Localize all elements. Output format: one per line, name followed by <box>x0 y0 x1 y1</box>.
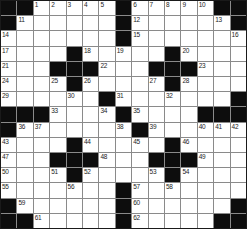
clue-number: 26 <box>84 77 91 84</box>
clue-number: 38 <box>117 123 124 130</box>
clue-number: 1 <box>35 1 38 8</box>
black-cell <box>67 47 82 61</box>
grid-cell[interactable] <box>132 62 147 76</box>
black-cell <box>198 107 213 121</box>
black-cell <box>149 62 164 76</box>
clue-number: 33 <box>51 107 58 114</box>
grid-cell[interactable] <box>99 168 114 182</box>
black-cell <box>67 168 82 182</box>
grid-cell[interactable]: 45 <box>132 138 147 152</box>
clue-number: 5 <box>100 1 103 8</box>
clue-number: 35 <box>133 107 140 114</box>
grid-cell[interactable]: 3 <box>67 1 82 15</box>
grid-cell[interactable] <box>34 138 49 152</box>
clue-number: 60 <box>133 199 140 206</box>
black-cell <box>214 1 229 15</box>
black-cell <box>165 153 180 167</box>
clue-number: 16 <box>232 31 239 38</box>
clue-number: 57 <box>133 183 140 190</box>
grid-cell[interactable] <box>198 183 213 197</box>
grid-cell[interactable]: 36 <box>17 123 32 137</box>
clue-number: 15 <box>133 31 140 38</box>
grid-cell[interactable] <box>181 31 196 45</box>
grid-cell[interactable] <box>149 183 164 197</box>
clue-number: 40 <box>199 123 206 130</box>
grid-cell[interactable] <box>50 214 65 228</box>
black-cell <box>1 123 16 137</box>
grid-cell[interactable] <box>50 16 65 30</box>
black-cell <box>214 214 229 228</box>
grid-cell[interactable]: 50 <box>1 168 16 182</box>
grid-cell[interactable] <box>198 138 213 152</box>
black-cell <box>67 153 82 167</box>
grid-cell[interactable] <box>116 153 131 167</box>
grid-cell[interactable] <box>83 31 98 45</box>
grid-cell[interactable] <box>99 183 114 197</box>
grid-cell[interactable] <box>99 199 114 213</box>
clue-number: 2 <box>51 1 54 8</box>
black-cell <box>165 47 180 61</box>
grid-cell[interactable] <box>50 199 65 213</box>
grid-cell[interactable] <box>34 31 49 45</box>
grid-cell[interactable] <box>50 183 65 197</box>
black-cell <box>165 168 180 182</box>
black-cell <box>231 92 246 106</box>
clue-number: 43 <box>2 138 9 145</box>
grid-cell[interactable] <box>181 92 196 106</box>
grid-cell[interactable] <box>132 168 147 182</box>
grid-cell[interactable]: 44 <box>83 138 98 152</box>
grid-cell[interactable] <box>132 47 147 61</box>
grid-cell[interactable]: 22 <box>99 62 114 76</box>
grid-cell[interactable] <box>116 138 131 152</box>
grid-cell[interactable] <box>50 92 65 106</box>
grid-cell[interactable] <box>50 47 65 61</box>
grid-cell[interactable] <box>99 47 114 61</box>
black-cell <box>116 183 131 197</box>
black-cell <box>83 62 98 76</box>
grid-cell[interactable] <box>149 107 164 121</box>
clue-number: 34 <box>100 107 107 114</box>
clue-number: 22 <box>100 62 107 69</box>
grid-cell[interactable] <box>17 168 32 182</box>
grid-cell[interactable] <box>214 168 229 182</box>
grid-cell[interactable] <box>214 62 229 76</box>
clue-number: 28 <box>182 77 189 84</box>
grid-cell[interactable]: 55 <box>1 183 16 197</box>
black-cell <box>34 107 49 121</box>
black-cell <box>231 16 246 30</box>
grid-cell[interactable] <box>132 92 147 106</box>
black-cell <box>17 107 32 121</box>
grid-cell[interactable] <box>181 123 196 137</box>
grid-cell[interactable]: 54 <box>181 168 196 182</box>
grid-cell[interactable]: 1 <box>34 1 49 15</box>
grid-cell[interactable] <box>198 168 213 182</box>
grid-cell[interactable] <box>67 31 82 45</box>
grid-cell[interactable]: 52 <box>83 168 98 182</box>
clue-number: 51 <box>51 168 58 175</box>
clue-number: 25 <box>51 77 58 84</box>
black-cell <box>214 107 229 121</box>
grid-cell[interactable] <box>67 16 82 30</box>
grid-cell[interactable]: 56 <box>67 183 82 197</box>
black-cell <box>231 107 246 121</box>
grid-cell[interactable]: 30 <box>67 92 82 106</box>
crossword-grid: 1234567891011121314151617181920212223242… <box>0 0 247 229</box>
grid-cell[interactable]: 7 <box>149 1 164 15</box>
grid-cell[interactable] <box>181 214 196 228</box>
grid-cell[interactable] <box>214 77 229 91</box>
clue-number: 21 <box>2 62 9 69</box>
grid-cell[interactable] <box>83 92 98 106</box>
clue-number: 42 <box>232 123 239 130</box>
clue-number: 47 <box>2 153 9 160</box>
grid-cell[interactable]: 51 <box>50 168 65 182</box>
grid-cell[interactable] <box>67 199 82 213</box>
grid-cell[interactable] <box>198 214 213 228</box>
grid-cell[interactable] <box>181 107 196 121</box>
grid-cell[interactable] <box>214 199 229 213</box>
grid-cell[interactable] <box>99 123 114 137</box>
grid-cell[interactable] <box>34 77 49 91</box>
grid-cell[interactable]: 24 <box>1 77 16 91</box>
grid-cell[interactable] <box>231 77 246 91</box>
grid-cell[interactable] <box>17 31 32 45</box>
grid-cell[interactable] <box>116 62 131 76</box>
grid-cell[interactable]: 57 <box>132 183 147 197</box>
black-cell <box>116 16 131 30</box>
clue-number: 3 <box>68 1 71 8</box>
grid-cell[interactable] <box>198 92 213 106</box>
black-cell <box>1 1 16 15</box>
black-cell <box>1 199 16 213</box>
grid-cell[interactable]: 37 <box>34 123 49 137</box>
black-cell <box>231 214 246 228</box>
clue-number: 27 <box>150 77 157 84</box>
clue-number: 4 <box>84 1 87 8</box>
black-cell <box>116 199 131 213</box>
black-cell <box>231 1 246 15</box>
grid-cell[interactable] <box>99 77 114 91</box>
clue-number: 10 <box>199 1 206 8</box>
clue-number: 31 <box>117 92 124 99</box>
grid-cell[interactable]: 28 <box>181 77 196 91</box>
grid-cell[interactable]: 62 <box>132 214 147 228</box>
grid-cell[interactable] <box>214 31 229 45</box>
grid-cell[interactable] <box>231 153 246 167</box>
clue-number: 45 <box>133 138 140 145</box>
black-cell <box>67 62 82 76</box>
grid-cell[interactable] <box>17 138 32 152</box>
grid-cell[interactable] <box>83 199 98 213</box>
clue-number: 36 <box>18 123 25 130</box>
black-cell <box>1 214 16 228</box>
clue-number: 53 <box>150 168 157 175</box>
grid-cell[interactable] <box>34 16 49 30</box>
black-cell <box>231 199 246 213</box>
grid-cell[interactable] <box>99 138 114 152</box>
grid-cell[interactable] <box>132 153 147 167</box>
grid-cell[interactable] <box>99 31 114 45</box>
black-cell <box>67 138 82 152</box>
grid-cell[interactable]: 43 <box>1 138 16 152</box>
black-cell <box>181 153 196 167</box>
clue-number: 32 <box>166 92 173 99</box>
black-cell <box>116 31 131 45</box>
grid-cell[interactable]: 2 <box>50 1 65 15</box>
black-cell <box>99 92 114 106</box>
grid-cell[interactable] <box>149 31 164 45</box>
clue-number: 14 <box>2 31 9 38</box>
clue-number: 41 <box>215 123 222 130</box>
grid-cell[interactable] <box>99 214 114 228</box>
grid-cell[interactable] <box>165 31 180 45</box>
grid-cell[interactable]: 59 <box>17 199 32 213</box>
clue-number: 20 <box>182 47 189 54</box>
grid-cell[interactable]: 6 <box>132 1 147 15</box>
black-cell <box>116 214 131 228</box>
grid-cell[interactable] <box>231 62 246 76</box>
clue-number: 46 <box>182 138 189 145</box>
clue-number: 52 <box>84 168 91 175</box>
grid-cell[interactable] <box>165 199 180 213</box>
black-cell <box>116 1 131 15</box>
clue-number: 30 <box>68 92 75 99</box>
grid-cell[interactable] <box>116 168 131 182</box>
grid-cell[interactable] <box>149 138 164 152</box>
grid-cell[interactable]: 34 <box>99 107 114 121</box>
clue-number: 7 <box>150 1 153 8</box>
grid-cell[interactable]: 16 <box>231 31 246 45</box>
grid-cell[interactable] <box>17 153 32 167</box>
grid-cell[interactable] <box>149 92 164 106</box>
grid-cell[interactable]: 13 <box>214 16 229 30</box>
clue-number: 8 <box>166 1 169 8</box>
grid-cell[interactable] <box>83 214 98 228</box>
grid-cell[interactable]: 25 <box>50 77 65 91</box>
grid-cell[interactable] <box>149 47 164 61</box>
grid-cell[interactable]: 12 <box>132 16 147 30</box>
grid-cell[interactable]: 15 <box>132 31 147 45</box>
grid-cell[interactable] <box>214 153 229 167</box>
grid-cell[interactable] <box>17 77 32 91</box>
clue-number: 18 <box>84 47 91 54</box>
crossword-board: 1234567891011121314151617181920212223242… <box>0 0 247 229</box>
grid-cell[interactable] <box>34 62 49 76</box>
grid-cell[interactable] <box>34 199 49 213</box>
clue-number: 55 <box>2 183 9 190</box>
grid-cell[interactable]: 41 <box>214 123 229 137</box>
clue-number: 19 <box>117 47 124 54</box>
grid-cell[interactable]: 4 <box>83 1 98 15</box>
grid-cell[interactable]: 42 <box>231 123 246 137</box>
grid-cell[interactable] <box>231 138 246 152</box>
grid-cell[interactable] <box>34 183 49 197</box>
grid-cell[interactable] <box>83 107 98 121</box>
grid-cell[interactable] <box>214 47 229 61</box>
clue-number: 54 <box>182 168 189 175</box>
grid-cell[interactable] <box>165 16 180 30</box>
grid-cell[interactable]: 20 <box>181 47 196 61</box>
grid-cell[interactable] <box>231 168 246 182</box>
grid-cell[interactable] <box>165 214 180 228</box>
grid-cell[interactable]: 33 <box>50 107 65 121</box>
clue-number: 44 <box>84 138 91 145</box>
grid-cell[interactable] <box>67 123 82 137</box>
black-cell <box>116 107 131 121</box>
black-cell <box>1 107 16 121</box>
grid-cell[interactable]: 35 <box>132 107 147 121</box>
grid-cell[interactable] <box>198 199 213 213</box>
grid-cell[interactable]: 31 <box>116 92 131 106</box>
clue-number: 37 <box>35 123 42 130</box>
grid-cell[interactable] <box>165 123 180 137</box>
clue-number: 59 <box>18 199 25 206</box>
black-cell <box>132 123 147 137</box>
grid-cell[interactable]: 21 <box>1 62 16 76</box>
grid-cell[interactable]: 10 <box>198 1 213 15</box>
grid-cell[interactable]: 8 <box>165 1 180 15</box>
grid-cell[interactable] <box>17 62 32 76</box>
clue-number: 23 <box>199 62 206 69</box>
grid-cell[interactable] <box>198 16 213 30</box>
black-cell <box>50 153 65 167</box>
clue-number: 58 <box>166 183 173 190</box>
black-cell <box>17 1 32 15</box>
grid-cell[interactable] <box>34 168 49 182</box>
grid-cell[interactable]: 5 <box>99 1 114 15</box>
clue-number: 11 <box>18 16 24 23</box>
black-cell <box>50 62 65 76</box>
grid-cell[interactable] <box>17 47 32 61</box>
grid-cell[interactable]: 29 <box>1 92 16 106</box>
black-cell <box>17 214 32 228</box>
grid-cell[interactable]: 19 <box>116 47 131 61</box>
grid-cell[interactable] <box>17 183 32 197</box>
grid-cell[interactable] <box>198 31 213 45</box>
black-cell <box>67 77 82 91</box>
grid-cell[interactable]: 17 <box>1 47 16 61</box>
black-cell <box>165 138 180 152</box>
clue-number: 17 <box>2 47 9 54</box>
grid-cell[interactable] <box>50 31 65 45</box>
clue-number: 13 <box>215 16 222 23</box>
grid-cell[interactable]: 9 <box>181 1 196 15</box>
grid-cell[interactable] <box>34 153 49 167</box>
grid-cell[interactable] <box>149 214 164 228</box>
black-cell <box>83 153 98 167</box>
grid-cell[interactable]: 18 <box>83 47 98 61</box>
grid-cell[interactable] <box>214 138 229 152</box>
grid-cell[interactable] <box>67 107 82 121</box>
black-cell <box>165 62 180 76</box>
grid-cell[interactable]: 38 <box>116 123 131 137</box>
grid-cell[interactable]: 11 <box>17 16 32 30</box>
grid-cell[interactable] <box>198 47 213 61</box>
clue-number: 50 <box>2 168 9 175</box>
grid-cell[interactable] <box>83 123 98 137</box>
grid-cell[interactable]: 23 <box>198 62 213 76</box>
grid-cell[interactable] <box>214 183 229 197</box>
clue-number: 29 <box>2 92 9 99</box>
grid-cell[interactable] <box>132 77 147 91</box>
grid-cell[interactable]: 60 <box>132 199 147 213</box>
black-cell <box>165 77 180 91</box>
grid-cell[interactable] <box>34 47 49 61</box>
grid-cell[interactable]: 40 <box>198 123 213 137</box>
grid-cell[interactable] <box>231 183 246 197</box>
grid-cell[interactable] <box>181 16 196 30</box>
grid-cell[interactable] <box>149 199 164 213</box>
grid-cell[interactable] <box>17 92 32 106</box>
grid-cell[interactable]: 32 <box>165 92 180 106</box>
grid-cell[interactable] <box>181 199 196 213</box>
grid-cell[interactable]: 39 <box>149 123 164 137</box>
grid-cell[interactable] <box>34 92 49 106</box>
clue-number: 48 <box>100 153 107 160</box>
grid-cell[interactable] <box>181 183 196 197</box>
grid-cell[interactable]: 14 <box>1 31 16 45</box>
grid-cell[interactable]: 53 <box>149 168 164 182</box>
black-cell <box>1 16 16 30</box>
grid-cell[interactable] <box>67 214 82 228</box>
grid-cell[interactable] <box>231 47 246 61</box>
grid-cell[interactable]: 58 <box>165 183 180 197</box>
grid-cell[interactable]: 61 <box>34 214 49 228</box>
grid-cell[interactable]: 27 <box>149 77 164 91</box>
grid-cell[interactable] <box>116 77 131 91</box>
grid-cell[interactable] <box>83 16 98 30</box>
grid-cell[interactable] <box>149 16 164 30</box>
grid-cell[interactable] <box>99 16 114 30</box>
grid-cell[interactable] <box>165 107 180 121</box>
clue-number: 61 <box>35 214 42 221</box>
grid-cell[interactable]: 49 <box>198 153 213 167</box>
clue-number: 9 <box>182 1 185 8</box>
black-cell <box>181 62 196 76</box>
grid-cell[interactable] <box>83 183 98 197</box>
grid-cell[interactable]: 47 <box>1 153 16 167</box>
clue-number: 62 <box>133 214 140 221</box>
clue-number: 49 <box>199 153 206 160</box>
black-cell <box>149 153 164 167</box>
clue-number: 12 <box>133 16 140 23</box>
grid-cell[interactable] <box>50 123 65 137</box>
grid-cell[interactable]: 48 <box>99 153 114 167</box>
clue-number: 6 <box>133 1 136 8</box>
grid-cell[interactable] <box>50 138 65 152</box>
clue-number: 56 <box>68 183 75 190</box>
clue-number: 24 <box>2 77 9 84</box>
grid-cell[interactable]: 26 <box>83 77 98 91</box>
grid-cell[interactable] <box>214 92 229 106</box>
grid-cell[interactable] <box>198 77 213 91</box>
grid-cell[interactable]: 46 <box>181 138 196 152</box>
clue-number: 39 <box>150 123 157 130</box>
